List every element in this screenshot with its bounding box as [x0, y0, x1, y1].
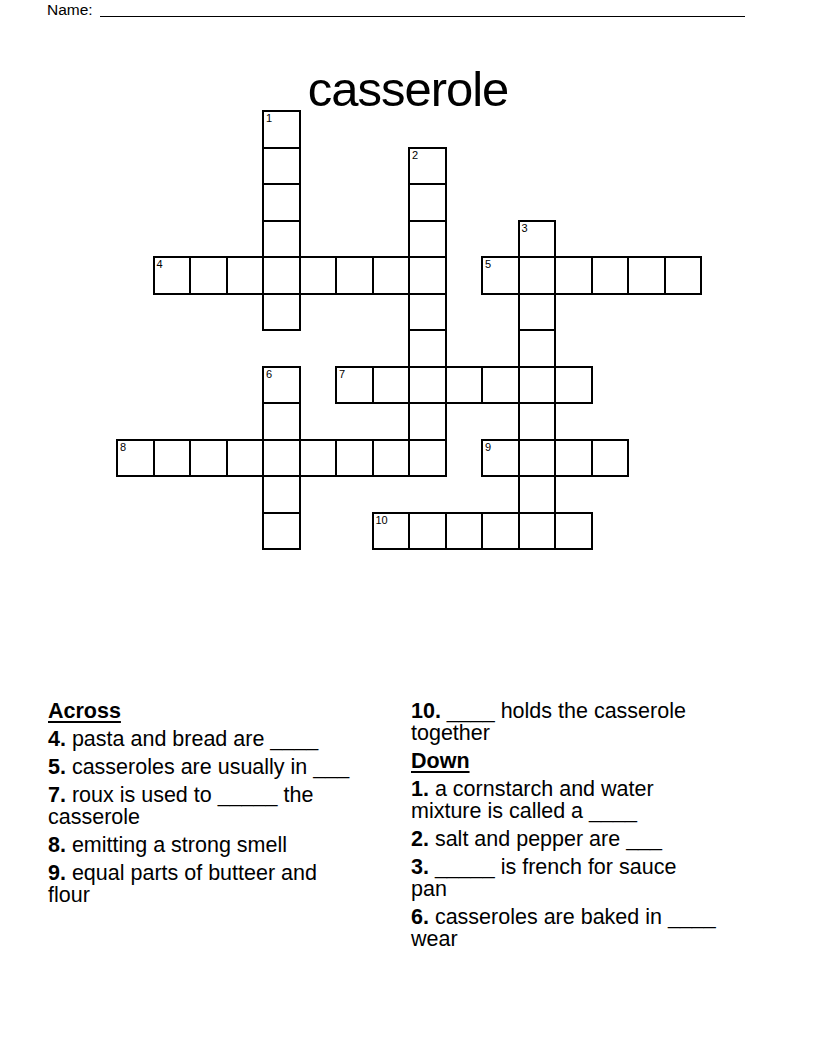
grid-cell-r9c11[interactable] — [518, 439, 557, 478]
grid-cell-r6c11[interactable] — [518, 329, 557, 368]
grid-cell-r4c6[interactable] — [335, 256, 374, 295]
clue-number-4: 4 — [157, 258, 163, 270]
clue-9-line-2: flour — [48, 884, 400, 906]
name-input-line[interactable] — [100, 0, 745, 17]
grid-cell-r11c4[interactable] — [262, 512, 301, 551]
grid-cell-r2c8[interactable] — [408, 183, 447, 222]
grid-cell-r4c5[interactable] — [299, 256, 338, 295]
grid-cell-r10c4[interactable] — [262, 475, 301, 514]
across-clues-list: 4. pasta and bread are ____5. casseroles… — [48, 728, 400, 906]
grid-cell-r4c4[interactable] — [262, 256, 301, 295]
grid-cell-r9c6[interactable] — [335, 439, 374, 478]
grid-cell-r4c15[interactable] — [664, 256, 703, 295]
grid-cell-r9c1[interactable] — [153, 439, 192, 478]
grid-cell-r8c11[interactable] — [518, 402, 557, 441]
clue-6-line-1: 6. casseroles are baked in ____ — [411, 906, 776, 928]
grid-cell-r4c2[interactable] — [189, 256, 228, 295]
clue-4-line-1: 4. pasta and bread are ____ — [48, 728, 400, 750]
grid-cell-r11c10[interactable] — [481, 512, 520, 551]
grid-cell-r7c7[interactable] — [372, 366, 411, 405]
clue-1-line-1: 1. a cornstarch and water — [411, 778, 776, 800]
down-header: Down — [411, 750, 776, 772]
grid-cell-r6c8[interactable] — [408, 329, 447, 368]
grid-cell-r9c10[interactable]: 9 — [481, 439, 520, 478]
grid-cell-r4c12[interactable] — [554, 256, 593, 295]
grid-cell-r7c6[interactable]: 7 — [335, 366, 374, 405]
grid-cell-r11c7[interactable]: 10 — [372, 512, 411, 551]
grid-cell-r11c8[interactable] — [408, 512, 447, 551]
clue-1-line-2: mixture is called a ____ — [411, 800, 776, 822]
grid-cell-r0c4[interactable]: 1 — [262, 110, 301, 149]
grid-cell-r9c12[interactable] — [554, 439, 593, 478]
crossword-grid: 12345678910 — [116, 110, 702, 550]
clue-5: 5. casseroles are usually in ___ — [48, 756, 400, 778]
grid-cell-r4c7[interactable] — [372, 256, 411, 295]
clue-7-line-1: 7. roux is used to _____ the — [48, 784, 400, 806]
grid-cell-r5c4[interactable] — [262, 293, 301, 332]
clue-3: 3. _____ is french for saucepan — [411, 856, 776, 900]
clue-number-9: 9 — [485, 441, 491, 453]
grid-cell-r7c8[interactable] — [408, 366, 447, 405]
grid-cell-r4c10[interactable]: 5 — [481, 256, 520, 295]
grid-cell-r4c1[interactable]: 4 — [153, 256, 192, 295]
clue-number-1: 1 — [266, 112, 272, 124]
grid-cell-r4c8[interactable] — [408, 256, 447, 295]
clue-number-8: 8 — [120, 441, 126, 453]
grid-cell-r5c11[interactable] — [518, 293, 557, 332]
across-clues-overflow-list: 10. ____ holds the casseroletogether — [411, 700, 776, 744]
grid-cell-r9c5[interactable] — [299, 439, 338, 478]
grid-cell-r9c13[interactable] — [591, 439, 630, 478]
clue-6-line-2: wear — [411, 928, 776, 950]
grid-cell-r2c4[interactable] — [262, 183, 301, 222]
grid-cell-r9c0[interactable]: 8 — [116, 439, 155, 478]
grid-cell-r9c2[interactable] — [189, 439, 228, 478]
grid-cell-r11c11[interactable] — [518, 512, 557, 551]
across-clues-column: Across 4. pasta and bread are ____5. cas… — [48, 700, 400, 912]
grid-cell-r9c3[interactable] — [226, 439, 265, 478]
clue-10: 10. ____ holds the casseroletogether — [411, 700, 776, 744]
grid-cell-r3c8[interactable] — [408, 220, 447, 259]
grid-cell-r8c8[interactable] — [408, 402, 447, 441]
down-clues-list: 1. a cornstarch and watermixture is call… — [411, 778, 776, 950]
grid-cell-r7c12[interactable] — [554, 366, 593, 405]
grid-cell-r3c11[interactable]: 3 — [518, 220, 557, 259]
clue-3-line-2: pan — [411, 878, 776, 900]
clue-7: 7. roux is used to _____ thecasserole — [48, 784, 400, 828]
clue-2-line-1: 2. salt and pepper are ___ — [411, 828, 776, 850]
grid-cell-r1c4[interactable] — [262, 147, 301, 186]
clue-8: 8. emitting a strong smell — [48, 834, 400, 856]
grid-cell-r3c4[interactable] — [262, 220, 301, 259]
clue-number-10: 10 — [376, 514, 388, 526]
grid-cell-r11c12[interactable] — [554, 512, 593, 551]
grid-cell-r4c3[interactable] — [226, 256, 265, 295]
clue-9-line-1: 9. equal parts of butteer and — [48, 862, 400, 884]
clue-8-line-1: 8. emitting a strong smell — [48, 834, 400, 856]
name-label: Name: — [47, 1, 93, 19]
page-title: casserole — [0, 63, 816, 117]
grid-cell-r8c4[interactable] — [262, 402, 301, 441]
grid-cell-r5c8[interactable] — [408, 293, 447, 332]
clue-number-2: 2 — [412, 149, 418, 161]
grid-cell-r7c9[interactable] — [445, 366, 484, 405]
clue-number-5: 5 — [485, 258, 491, 270]
clue-10-line-1: 10. ____ holds the casserole — [411, 700, 776, 722]
grid-cell-r11c9[interactable] — [445, 512, 484, 551]
grid-cell-r4c13[interactable] — [591, 256, 630, 295]
clue-1: 1. a cornstarch and watermixture is call… — [411, 778, 776, 822]
grid-cell-r7c4[interactable]: 6 — [262, 366, 301, 405]
clue-4: 4. pasta and bread are ____ — [48, 728, 400, 750]
clue-10-line-2: together — [411, 722, 776, 744]
clue-5-line-1: 5. casseroles are usually in ___ — [48, 756, 400, 778]
clue-9: 9. equal parts of butteer andflour — [48, 862, 400, 906]
across-header: Across — [48, 700, 400, 722]
grid-cell-r9c7[interactable] — [372, 439, 411, 478]
clue-2: 2. salt and pepper are ___ — [411, 828, 776, 850]
clue-7-line-2: casserole — [48, 806, 400, 828]
grid-cell-r9c8[interactable] — [408, 439, 447, 478]
clue-3-line-1: 3. _____ is french for sauce — [411, 856, 776, 878]
grid-cell-r4c11[interactable] — [518, 256, 557, 295]
grid-cell-r9c4[interactable] — [262, 439, 301, 478]
grid-cell-r7c10[interactable] — [481, 366, 520, 405]
clue-number-6: 6 — [266, 368, 272, 380]
clue-6: 6. casseroles are baked in ____wear — [411, 906, 776, 950]
clue-number-7: 7 — [339, 368, 345, 380]
down-clues-column: 10. ____ holds the casseroletogether Dow… — [411, 700, 776, 956]
grid-cell-r4c14[interactable] — [627, 256, 666, 295]
grid-cell-r7c11[interactable] — [518, 366, 557, 405]
grid-cell-r1c8[interactable]: 2 — [408, 147, 447, 186]
grid-cell-r10c11[interactable] — [518, 475, 557, 514]
clue-number-3: 3 — [522, 222, 528, 234]
